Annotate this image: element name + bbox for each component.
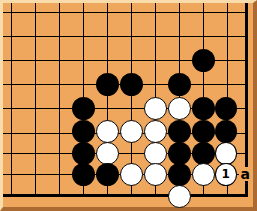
- stones-layer: 1a: [3, 3, 253, 207]
- board-point: [191, 121, 215, 144]
- board-point: [191, 164, 215, 185]
- stone-black: [72, 97, 95, 120]
- point-label-a: a: [239, 167, 252, 181]
- board-point: [215, 143, 237, 164]
- board-point: [215, 121, 237, 144]
- board-point: [143, 121, 167, 144]
- stone-white: [192, 163, 215, 186]
- board-point: [191, 48, 215, 72]
- stone-black: [168, 163, 191, 186]
- stone-black: [192, 97, 215, 120]
- goban: 1a: [3, 3, 253, 207]
- board-point: [167, 72, 191, 96]
- stone-white: [215, 142, 237, 165]
- stone-black: [215, 97, 237, 120]
- go-diagram-frame: 1a: [0, 0, 257, 211]
- stone-white: [96, 142, 119, 165]
- board-point: [119, 164, 143, 185]
- board-point: [167, 185, 191, 209]
- stone-white: [144, 163, 167, 186]
- board-point: [191, 96, 215, 121]
- stone-black: [192, 142, 215, 165]
- board-point: [143, 164, 167, 185]
- stone-white-numbered: 1: [215, 163, 237, 186]
- stone-black: [72, 142, 95, 165]
- stone-white: [168, 185, 191, 208]
- board-point: [71, 143, 95, 164]
- board-point: [191, 143, 215, 164]
- board-point: [71, 121, 95, 144]
- board-point: [143, 143, 167, 164]
- board-point: [95, 143, 119, 164]
- stone-black: [72, 163, 95, 186]
- board-point: [119, 121, 143, 144]
- stone-black: [215, 120, 237, 143]
- board-point: [71, 164, 95, 185]
- board-point: [119, 72, 143, 96]
- stone-black: [72, 120, 95, 143]
- board-point: [167, 121, 191, 144]
- board-point: [95, 72, 119, 96]
- stone-white: [144, 120, 167, 143]
- board-point: [167, 96, 191, 121]
- board-point: [167, 143, 191, 164]
- stone-white: [120, 120, 143, 143]
- stone-white: [144, 142, 167, 165]
- stone-white: [120, 163, 143, 186]
- labeled-point: a: [237, 164, 255, 185]
- board-point: [215, 96, 237, 121]
- stone-white: [144, 97, 167, 120]
- stone-black: [96, 73, 119, 96]
- board-point: [71, 96, 95, 121]
- stone-white: [168, 97, 191, 120]
- stone-black: [192, 49, 215, 72]
- board-point: [95, 164, 119, 185]
- board-point: [95, 121, 119, 144]
- stone-black: [120, 73, 143, 96]
- stone-black: [168, 73, 191, 96]
- stone-number: 1: [222, 168, 230, 180]
- stone-black: [192, 120, 215, 143]
- board-point: [143, 96, 167, 121]
- stone-white: [96, 120, 119, 143]
- stone-black: [96, 163, 119, 186]
- board-point: [167, 164, 191, 185]
- stone-black: [168, 120, 191, 143]
- stone-black: [168, 142, 191, 165]
- board-point: 1: [215, 164, 237, 185]
